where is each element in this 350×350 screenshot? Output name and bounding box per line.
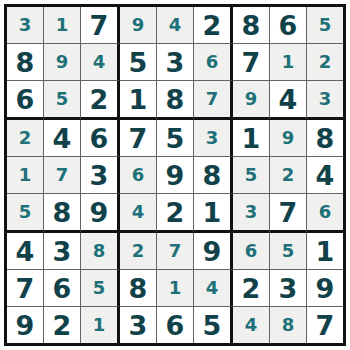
sudoku-cell-r2c2[interactable]: 9	[44, 44, 81, 81]
sudoku-cell-r4c5[interactable]: 5	[157, 120, 194, 157]
sudoku-cell-r8c8[interactable]: 3	[270, 270, 307, 307]
sudoku-cell-r9c8[interactable]: 8	[270, 307, 307, 343]
sudoku-cell-r8c7[interactable]: 2	[233, 270, 270, 307]
sudoku-cell-r8c1[interactable]: 7	[7, 270, 44, 307]
sudoku-cell-r2c1[interactable]: 8	[7, 44, 44, 81]
sudoku-cell-r9c2[interactable]: 2	[44, 307, 81, 343]
sudoku-board: 3179428658945367126521879432467531981736…	[4, 4, 346, 346]
sudoku-cell-r1c7[interactable]: 8	[233, 7, 270, 44]
sudoku-cell-r9c6[interactable]: 5	[194, 307, 233, 343]
sudoku-cell-r7c5[interactable]: 7	[157, 233, 194, 270]
sudoku-cell-r7c1[interactable]: 4	[7, 233, 44, 270]
sudoku-cell-r5c3[interactable]: 3	[81, 157, 120, 194]
sudoku-cell-r9c4[interactable]: 3	[120, 307, 157, 343]
sudoku-cell-r6c5[interactable]: 2	[157, 194, 194, 233]
sudoku-cell-r5c7[interactable]: 5	[233, 157, 270, 194]
sudoku-cell-r6c2[interactable]: 8	[44, 194, 81, 233]
sudoku-cell-r6c9[interactable]: 6	[307, 194, 343, 233]
sudoku-cell-r4c1[interactable]: 2	[7, 120, 44, 157]
sudoku-cell-r1c4[interactable]: 9	[120, 7, 157, 44]
sudoku-cell-r7c4[interactable]: 2	[120, 233, 157, 270]
sudoku-cell-r9c7[interactable]: 4	[233, 307, 270, 343]
sudoku-cell-r6c4[interactable]: 4	[120, 194, 157, 233]
sudoku-cell-r3c9[interactable]: 3	[307, 81, 343, 120]
sudoku-cell-r1c6[interactable]: 2	[194, 7, 233, 44]
sudoku-cell-r5c1[interactable]: 1	[7, 157, 44, 194]
sudoku-cell-r2c9[interactable]: 2	[307, 44, 343, 81]
sudoku-cell-r3c2[interactable]: 5	[44, 81, 81, 120]
sudoku-cell-r8c6[interactable]: 4	[194, 270, 233, 307]
sudoku-cell-r8c4[interactable]: 8	[120, 270, 157, 307]
sudoku-cell-r7c3[interactable]: 8	[81, 233, 120, 270]
sudoku-cell-r2c3[interactable]: 4	[81, 44, 120, 81]
sudoku-cell-r2c8[interactable]: 1	[270, 44, 307, 81]
sudoku-cell-r7c2[interactable]: 3	[44, 233, 81, 270]
sudoku-cell-r8c2[interactable]: 6	[44, 270, 81, 307]
sudoku-cell-r8c3[interactable]: 5	[81, 270, 120, 307]
sudoku-cell-r5c8[interactable]: 2	[270, 157, 307, 194]
sudoku-cell-r9c5[interactable]: 6	[157, 307, 194, 343]
sudoku-cell-r1c1[interactable]: 3	[7, 7, 44, 44]
sudoku-cell-r2c4[interactable]: 5	[120, 44, 157, 81]
sudoku-cell-r2c6[interactable]: 6	[194, 44, 233, 81]
sudoku-cell-r1c3[interactable]: 7	[81, 7, 120, 44]
page: 3179428658945367126521879432467531981736…	[0, 0, 350, 350]
sudoku-cell-r3c3[interactable]: 2	[81, 81, 120, 120]
sudoku-cell-r4c3[interactable]: 6	[81, 120, 120, 157]
sudoku-cell-r6c1[interactable]: 5	[7, 194, 44, 233]
sudoku-cell-r6c3[interactable]: 9	[81, 194, 120, 233]
sudoku-cell-r2c5[interactable]: 3	[157, 44, 194, 81]
sudoku-cell-r9c3[interactable]: 1	[81, 307, 120, 343]
sudoku-cell-r6c8[interactable]: 7	[270, 194, 307, 233]
sudoku-cell-r8c9[interactable]: 9	[307, 270, 343, 307]
sudoku-cell-r5c5[interactable]: 9	[157, 157, 194, 194]
sudoku-cell-r3c7[interactable]: 9	[233, 81, 270, 120]
sudoku-cell-r3c6[interactable]: 7	[194, 81, 233, 120]
sudoku-cell-r2c7[interactable]: 7	[233, 44, 270, 81]
sudoku-cell-r3c1[interactable]: 6	[7, 81, 44, 120]
sudoku-cell-r3c4[interactable]: 1	[120, 81, 157, 120]
sudoku-cell-r1c8[interactable]: 6	[270, 7, 307, 44]
sudoku-cell-r9c1[interactable]: 9	[7, 307, 44, 343]
sudoku-cell-r3c5[interactable]: 8	[157, 81, 194, 120]
sudoku-cell-r7c8[interactable]: 5	[270, 233, 307, 270]
sudoku-cell-r1c5[interactable]: 4	[157, 7, 194, 44]
sudoku-cell-r5c4[interactable]: 6	[120, 157, 157, 194]
sudoku-cell-r4c7[interactable]: 1	[233, 120, 270, 157]
sudoku-cell-r5c9[interactable]: 4	[307, 157, 343, 194]
sudoku-cell-r6c7[interactable]: 3	[233, 194, 270, 233]
sudoku-cell-r4c2[interactable]: 4	[44, 120, 81, 157]
sudoku-cell-r4c8[interactable]: 9	[270, 120, 307, 157]
sudoku-cell-r7c7[interactable]: 6	[233, 233, 270, 270]
sudoku-cell-r6c6[interactable]: 1	[194, 194, 233, 233]
sudoku-cell-r9c9[interactable]: 7	[307, 307, 343, 343]
sudoku-grid: 3179428658945367126521879432467531981736…	[7, 7, 343, 343]
sudoku-cell-r5c6[interactable]: 8	[194, 157, 233, 194]
sudoku-cell-r1c2[interactable]: 1	[44, 7, 81, 44]
sudoku-cell-r8c5[interactable]: 1	[157, 270, 194, 307]
sudoku-cell-r7c6[interactable]: 9	[194, 233, 233, 270]
sudoku-cell-r7c9[interactable]: 1	[307, 233, 343, 270]
sudoku-cell-r3c8[interactable]: 4	[270, 81, 307, 120]
sudoku-cell-r4c9[interactable]: 8	[307, 120, 343, 157]
sudoku-cell-r4c4[interactable]: 7	[120, 120, 157, 157]
sudoku-cell-r4c6[interactable]: 3	[194, 120, 233, 157]
sudoku-cell-r1c9[interactable]: 5	[307, 7, 343, 44]
sudoku-cell-r5c2[interactable]: 7	[44, 157, 81, 194]
